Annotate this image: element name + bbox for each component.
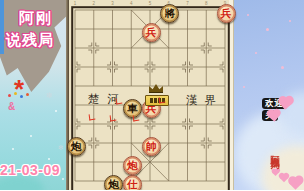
column-numbers: 123456789 — [74, 1, 227, 6]
svg-text:1: 1 — [74, 1, 77, 6]
channel-title-line2: 说残局 — [6, 29, 54, 51]
move-hint-mark — [133, 115, 140, 122]
vertical-watermark: 阿刚残局 — [268, 148, 281, 190]
move-hint-mark — [110, 115, 117, 122]
video-frame: * ❄ ❄ & 123456789 楚河 漢界 將兵兵車兵炮帥炮炮 — [0, 0, 304, 190]
piece-red-cannon[interactable]: 炮 — [123, 156, 142, 175]
svg-text:3: 3 — [111, 1, 114, 6]
piece-red-general[interactable]: 帥 — [142, 137, 161, 156]
river-label-right: 漢界 — [186, 94, 223, 106]
piece-red-soldier-palace[interactable]: 兵 — [142, 23, 161, 42]
move-hint-mark — [116, 98, 123, 105]
svg-text:2: 2 — [92, 1, 95, 6]
channel-title: 阿刚 说残局 — [6, 7, 54, 51]
date-stamp: 21-03-09 — [0, 162, 60, 178]
piece-name-tag — [145, 95, 169, 106]
svg-text:5: 5 — [149, 1, 152, 6]
move-hint-mark — [89, 114, 96, 121]
channel-title-line1: 阿刚 — [19, 7, 54, 29]
svg-text:7: 7 — [186, 1, 189, 6]
piece-black-cannon-bottom[interactable]: 炮 — [104, 175, 123, 191]
move-hint-mark — [159, 97, 166, 104]
svg-text:4: 4 — [130, 1, 133, 6]
piece-black-general[interactable]: 將 — [160, 4, 179, 23]
svg-text:8: 8 — [205, 1, 208, 6]
piece-red-advisor[interactable]: 仕 — [123, 175, 142, 191]
piece-black-cannon-left[interactable]: 炮 — [67, 137, 86, 156]
piece-red-soldier-right[interactable]: 兵 — [217, 4, 236, 23]
